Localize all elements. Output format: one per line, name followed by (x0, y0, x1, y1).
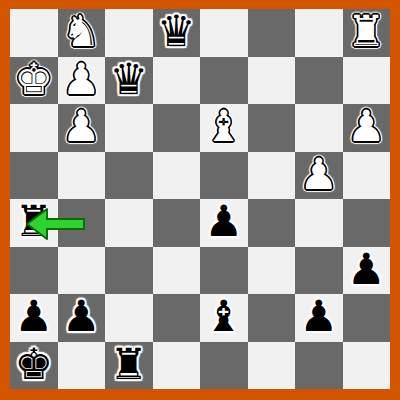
square-c5[interactable] (105, 152, 153, 200)
square-d4[interactable] (153, 199, 201, 247)
black-rook: ♜ (109, 343, 148, 386)
square-h4[interactable] (343, 199, 391, 247)
white-knight: ♞ (62, 10, 101, 53)
white-king: ♚ (14, 58, 53, 101)
square-c1[interactable]: ♜ (105, 342, 153, 390)
square-b1[interactable] (58, 342, 106, 390)
square-g5[interactable]: ♟ (295, 152, 343, 200)
chess-board: ♞♛♜♚♟♛♟♝♟♟♜♟♟♟♟♝♟♚♜ (10, 9, 390, 389)
black-rook: ♜ (14, 200, 53, 243)
square-f5[interactable] (248, 152, 296, 200)
white-pawn: ♟ (299, 153, 338, 196)
square-g4[interactable] (295, 199, 343, 247)
square-f4[interactable] (248, 199, 296, 247)
square-h8[interactable]: ♜ (343, 9, 391, 57)
square-f8[interactable] (248, 9, 296, 57)
square-c2[interactable] (105, 294, 153, 342)
square-f2[interactable] (248, 294, 296, 342)
square-b5[interactable] (58, 152, 106, 200)
square-d2[interactable] (153, 294, 201, 342)
square-a3[interactable] (10, 247, 58, 295)
square-g1[interactable] (295, 342, 343, 390)
black-pawn: ♟ (62, 295, 101, 338)
square-d8[interactable]: ♛ (153, 9, 201, 57)
white-pawn: ♟ (347, 105, 386, 148)
black-pawn: ♟ (204, 200, 243, 243)
square-g2[interactable]: ♟ (295, 294, 343, 342)
square-c4[interactable] (105, 199, 153, 247)
black-pawn: ♟ (347, 248, 386, 291)
black-pawn: ♟ (14, 295, 53, 338)
square-g6[interactable] (295, 104, 343, 152)
square-a6[interactable] (10, 104, 58, 152)
white-rook: ♜ (347, 10, 386, 53)
square-b4[interactable] (58, 199, 106, 247)
square-h7[interactable] (343, 57, 391, 105)
square-b8[interactable]: ♞ (58, 9, 106, 57)
black-king: ♚ (14, 343, 53, 386)
square-e5[interactable] (200, 152, 248, 200)
square-e6[interactable]: ♝ (200, 104, 248, 152)
square-h3[interactable]: ♟ (343, 247, 391, 295)
white-pawn: ♟ (62, 105, 101, 148)
square-e2[interactable]: ♝ (200, 294, 248, 342)
square-c3[interactable] (105, 247, 153, 295)
square-a1[interactable]: ♚ (10, 342, 58, 390)
square-g8[interactable] (295, 9, 343, 57)
square-g7[interactable] (295, 57, 343, 105)
square-a7[interactable]: ♚ (10, 57, 58, 105)
square-a2[interactable]: ♟ (10, 294, 58, 342)
square-b7[interactable]: ♟ (58, 57, 106, 105)
square-h5[interactable] (343, 152, 391, 200)
square-a5[interactable] (10, 152, 58, 200)
square-h1[interactable] (343, 342, 391, 390)
black-queen: ♛ (109, 58, 148, 101)
square-d1[interactable] (153, 342, 201, 390)
square-f6[interactable] (248, 104, 296, 152)
white-pawn: ♟ (62, 58, 101, 101)
board-frame: ♞♛♜♚♟♛♟♝♟♟♜♟♟♟♟♝♟♚♜ (0, 0, 400, 400)
square-e3[interactable] (200, 247, 248, 295)
square-b3[interactable] (58, 247, 106, 295)
square-f3[interactable] (248, 247, 296, 295)
white-bishop: ♝ (204, 105, 243, 148)
black-queen: ♛ (157, 10, 196, 53)
square-e4[interactable]: ♟ (200, 199, 248, 247)
square-a8[interactable] (10, 9, 58, 57)
black-pawn: ♟ (299, 295, 338, 338)
square-d7[interactable] (153, 57, 201, 105)
square-g3[interactable] (295, 247, 343, 295)
square-d6[interactable] (153, 104, 201, 152)
square-c6[interactable] (105, 104, 153, 152)
square-f7[interactable] (248, 57, 296, 105)
square-f1[interactable] (248, 342, 296, 390)
square-h2[interactable] (343, 294, 391, 342)
square-d5[interactable] (153, 152, 201, 200)
square-d3[interactable] (153, 247, 201, 295)
square-b6[interactable]: ♟ (58, 104, 106, 152)
black-bishop: ♝ (204, 295, 243, 338)
square-e8[interactable] (200, 9, 248, 57)
square-h6[interactable]: ♟ (343, 104, 391, 152)
square-e7[interactable] (200, 57, 248, 105)
square-a4[interactable]: ♜ (10, 199, 58, 247)
square-e1[interactable] (200, 342, 248, 390)
square-b2[interactable]: ♟ (58, 294, 106, 342)
square-c7[interactable]: ♛ (105, 57, 153, 105)
square-c8[interactable] (105, 9, 153, 57)
